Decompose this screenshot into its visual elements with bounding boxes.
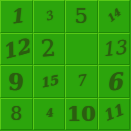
- tile-11[interactable]: 11: [98, 98, 131, 131]
- tile-number: 2: [41, 37, 57, 61]
- tile-2[interactable]: 2: [33, 33, 66, 66]
- tile-number: 7: [75, 73, 87, 89]
- tile-12[interactable]: 12: [0, 33, 33, 66]
- tile-number: 5: [75, 6, 88, 27]
- tile-number: 3: [43, 9, 54, 23]
- tile-number: 1: [8, 6, 24, 27]
- tile-number: 13: [100, 38, 127, 60]
- tile-number: 4: [44, 108, 53, 120]
- tile-9[interactable]: 9: [0, 65, 33, 98]
- tile-number: 6: [105, 69, 123, 94]
- tile-13[interactable]: 13: [98, 33, 131, 66]
- tile-number: 8: [10, 104, 22, 123]
- tile-10[interactable]: 10: [65, 98, 98, 131]
- tile-number: 15: [39, 73, 59, 89]
- tile-number: 9: [8, 69, 25, 93]
- tile-number: 11: [101, 103, 126, 125]
- tile-4[interactable]: 4: [33, 98, 66, 131]
- tile-15[interactable]: 15: [33, 65, 66, 98]
- tile-8[interactable]: 8: [0, 98, 33, 131]
- tile-6[interactable]: 6: [98, 65, 131, 98]
- puzzle-board: 135141221391576841011: [0, 0, 130, 130]
- tile-14[interactable]: 14: [98, 0, 131, 33]
- empty-cell: [65, 33, 98, 66]
- tile-number: 12: [0, 35, 32, 62]
- tile-number: 14: [105, 8, 122, 24]
- tile-5[interactable]: 5: [65, 0, 98, 33]
- tile-number: 10: [67, 103, 96, 124]
- tile-3[interactable]: 3: [33, 0, 66, 33]
- tile-1[interactable]: 1: [0, 0, 33, 33]
- tile-7[interactable]: 7: [65, 65, 98, 98]
